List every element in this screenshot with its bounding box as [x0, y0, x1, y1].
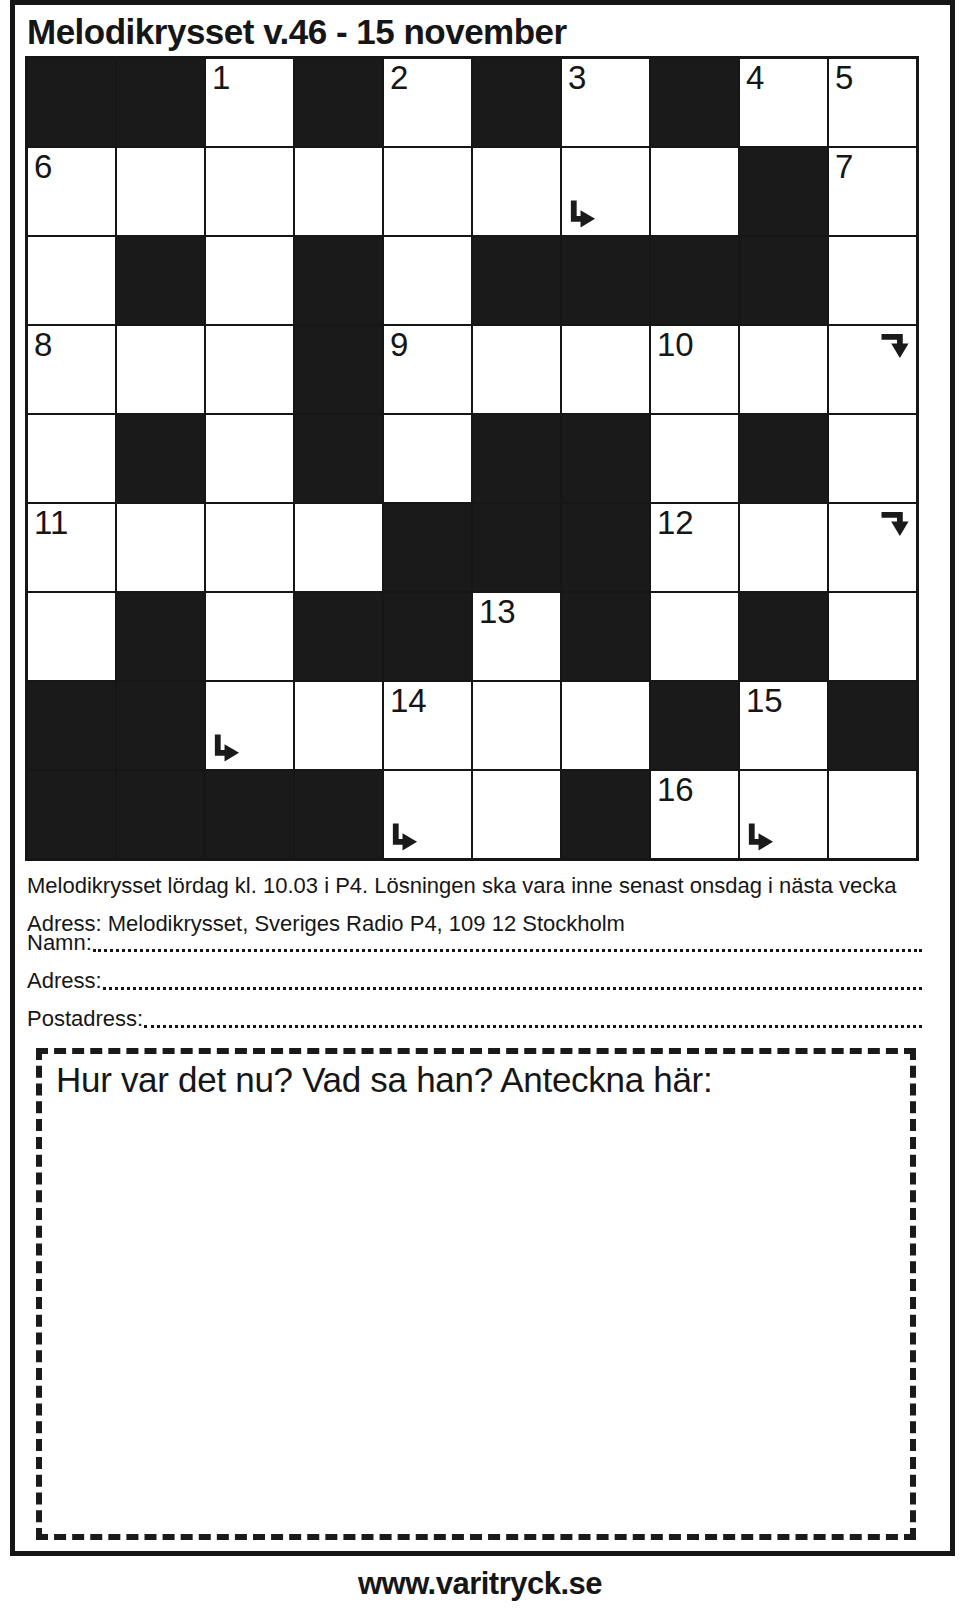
- grid-cell[interactable]: 3: [561, 58, 650, 147]
- black-cell: [27, 770, 116, 859]
- grid-cell[interactable]: [561, 681, 650, 770]
- clue-number: 10: [657, 328, 694, 361]
- black-cell: [116, 236, 205, 325]
- grid-cell[interactable]: [472, 325, 561, 414]
- grid-cell[interactable]: 2: [383, 58, 472, 147]
- black-cell: [116, 414, 205, 503]
- black-cell: [561, 503, 650, 592]
- black-cell: [116, 592, 205, 681]
- grid-cell[interactable]: [205, 414, 294, 503]
- name-field[interactable]: Namn:: [27, 931, 922, 955]
- grid-cell[interactable]: [828, 236, 917, 325]
- grid-cell[interactable]: 12: [650, 503, 739, 592]
- grid-cell[interactable]: [828, 325, 917, 414]
- grid-cell[interactable]: [27, 592, 116, 681]
- black-cell: [116, 58, 205, 147]
- grid-cell[interactable]: [828, 503, 917, 592]
- black-cell: [472, 414, 561, 503]
- address-field-dotted-line[interactable]: [103, 986, 922, 990]
- black-cell: [294, 236, 383, 325]
- black-cell: [27, 681, 116, 770]
- black-cell: [472, 236, 561, 325]
- grid-cell[interactable]: [116, 325, 205, 414]
- black-cell: [116, 770, 205, 859]
- black-cell: [828, 681, 917, 770]
- clue-number: 4: [746, 61, 764, 94]
- grid-cell[interactable]: [27, 236, 116, 325]
- black-cell: [294, 414, 383, 503]
- black-cell: [739, 592, 828, 681]
- clue-number: 3: [568, 61, 586, 94]
- grid-cell[interactable]: 16: [650, 770, 739, 859]
- grid-cell[interactable]: [116, 503, 205, 592]
- grid-cell[interactable]: [828, 770, 917, 859]
- arrow-right-down-icon: [881, 332, 911, 361]
- clue-number: 13: [479, 595, 516, 628]
- grid-cell[interactable]: [27, 414, 116, 503]
- grid-cell[interactable]: [472, 147, 561, 236]
- grid-cell[interactable]: [205, 681, 294, 770]
- black-cell: [383, 592, 472, 681]
- grid-cell[interactable]: [116, 147, 205, 236]
- grid-cell[interactable]: 10: [650, 325, 739, 414]
- black-cell: [650, 681, 739, 770]
- postal-address-field-label: Postadress:: [27, 1007, 143, 1031]
- grid-cell[interactable]: [205, 503, 294, 592]
- arrow-right-down-icon: [881, 510, 911, 539]
- black-cell: [472, 503, 561, 592]
- black-cell: [383, 503, 472, 592]
- clue-number: 1: [212, 61, 230, 94]
- grid-cell[interactable]: [561, 325, 650, 414]
- black-cell: [294, 325, 383, 414]
- grid-cell[interactable]: 8: [27, 325, 116, 414]
- name-field-label: Namn:: [27, 931, 92, 955]
- grid-cell[interactable]: 1: [205, 58, 294, 147]
- clue-number: 2: [390, 61, 408, 94]
- black-cell: [294, 770, 383, 859]
- page-title: Melodikrysset v.46 - 15 november: [27, 12, 567, 52]
- grid-cell[interactable]: 14: [383, 681, 472, 770]
- clue-number: 5: [835, 61, 853, 94]
- grid-cell[interactable]: [472, 770, 561, 859]
- postal-address-field[interactable]: Postadress:: [27, 1007, 922, 1031]
- postal-address-field-dotted-line[interactable]: [144, 1024, 922, 1028]
- grid-cell[interactable]: [650, 592, 739, 681]
- grid-cell[interactable]: [561, 147, 650, 236]
- footer-url: www.varitryck.se: [0, 1566, 960, 1602]
- clue-number: 8: [34, 328, 52, 361]
- grid-cell[interactable]: [383, 236, 472, 325]
- black-cell: [650, 58, 739, 147]
- grid-cell[interactable]: [828, 414, 917, 503]
- grid-cell[interactable]: [472, 681, 561, 770]
- clue-number: 9: [390, 328, 408, 361]
- arrow-down-right-icon: [389, 823, 418, 853]
- broadcast-info-line: Melodikrysset lördag kl. 10.03 i P4. Lös…: [27, 873, 897, 899]
- clue-number: 7: [835, 150, 853, 183]
- black-cell: [650, 236, 739, 325]
- clue-number: 11: [34, 506, 68, 539]
- crossword-grid: 12345678910111213141516: [25, 56, 919, 861]
- grid-cell[interactable]: [828, 592, 917, 681]
- black-cell: [27, 58, 116, 147]
- grid-cell[interactable]: 4: [739, 58, 828, 147]
- black-cell: [561, 770, 650, 859]
- clue-number: 16: [657, 773, 694, 806]
- grid-cell[interactable]: [650, 147, 739, 236]
- black-cell: [294, 58, 383, 147]
- grid-cell[interactable]: [205, 592, 294, 681]
- grid-cell[interactable]: 11: [27, 503, 116, 592]
- arrow-down-right-icon: [567, 200, 596, 230]
- notes-box[interactable]: Hur var det nu? Vad sa han? Anteckna här…: [36, 1048, 916, 1540]
- grid-cell[interactable]: [294, 147, 383, 236]
- black-cell: [739, 414, 828, 503]
- grid-cell[interactable]: [739, 325, 828, 414]
- grid-cell[interactable]: 9: [383, 325, 472, 414]
- grid-cell[interactable]: 6: [27, 147, 116, 236]
- clue-number: 14: [390, 684, 427, 717]
- clue-number: 6: [34, 150, 52, 183]
- grid-cell[interactable]: 7: [828, 147, 917, 236]
- grid-cell[interactable]: [739, 770, 828, 859]
- grid-cell[interactable]: 13: [472, 592, 561, 681]
- grid-cell[interactable]: [383, 147, 472, 236]
- name-field-dotted-line[interactable]: [93, 948, 922, 952]
- puzzle-page: Melodikrysset v.46 - 15 november 1234567…: [0, 0, 960, 1621]
- grid-cell[interactable]: [739, 503, 828, 592]
- grid-cell[interactable]: 5: [828, 58, 917, 147]
- grid-cell[interactable]: [205, 236, 294, 325]
- black-cell: [561, 592, 650, 681]
- black-cell: [116, 681, 205, 770]
- grid-cell[interactable]: [205, 147, 294, 236]
- grid-cell[interactable]: [294, 503, 383, 592]
- black-cell: [739, 236, 828, 325]
- arrow-down-right-icon: [745, 823, 774, 853]
- black-cell: [561, 236, 650, 325]
- black-cell: [205, 770, 294, 859]
- grid-cell[interactable]: [294, 681, 383, 770]
- grid-cell[interactable]: [383, 414, 472, 503]
- black-cell: [561, 414, 650, 503]
- address-field-label: Adress:: [27, 969, 102, 993]
- grid-cell[interactable]: 15: [739, 681, 828, 770]
- arrow-down-right-icon: [211, 734, 240, 764]
- grid-cell[interactable]: [383, 770, 472, 859]
- black-cell: [472, 58, 561, 147]
- address-field[interactable]: Adress:: [27, 969, 922, 993]
- grid-cell[interactable]: [650, 414, 739, 503]
- notes-box-heading: Hur var det nu? Vad sa han? Anteckna här…: [56, 1060, 712, 1100]
- clue-number: 12: [657, 506, 694, 539]
- black-cell: [294, 592, 383, 681]
- clue-number: 15: [746, 684, 783, 717]
- grid-cell[interactable]: [205, 325, 294, 414]
- black-cell: [739, 147, 828, 236]
